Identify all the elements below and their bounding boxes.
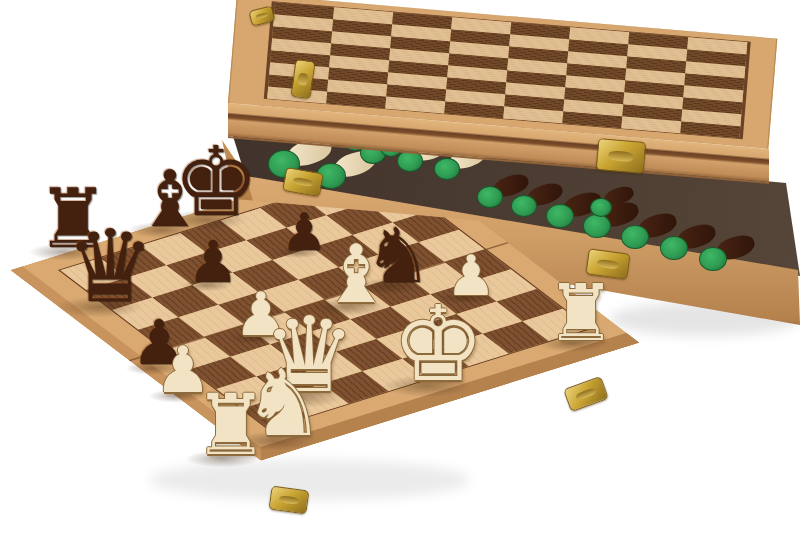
green-felt-base-disc — [546, 204, 574, 228]
board-clasp-right — [563, 376, 609, 412]
green-felt-base-disc — [699, 247, 727, 271]
green-felt-base-disc — [660, 236, 688, 260]
green-felt-base-disc — [434, 158, 460, 180]
board-clasp-front — [269, 485, 310, 514]
green-felt-base-disc — [590, 198, 612, 217]
black-queen-b7: ♛ — [65, 217, 155, 317]
lid-clasp-right — [596, 138, 647, 174]
white-rook-a1: ♜ — [193, 383, 268, 467]
green-felt-base-disc — [511, 195, 537, 217]
white-rook-h1: ♜ — [546, 274, 616, 352]
black-pawn-c6: ♟ — [187, 233, 239, 291]
green-felt-base-disc — [621, 225, 649, 249]
chess-set-photo: ♜♛♝♚♟♟♞♟♟♝♟♜♛♚♟♜♞ — [0, 0, 800, 543]
white-king-e2: ♚ — [391, 292, 484, 396]
green-felt-base-disc — [477, 186, 503, 208]
green-felt-base-disc — [583, 214, 611, 238]
